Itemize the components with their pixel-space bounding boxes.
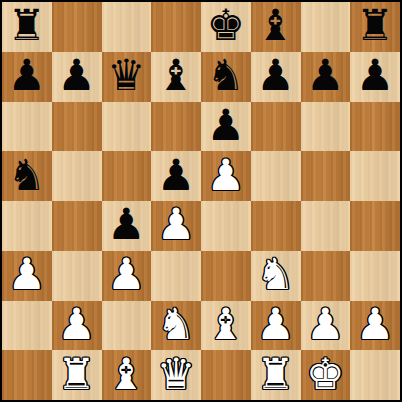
square-g3[interactable] [301,251,351,301]
square-e5[interactable]: ♟ [201,151,251,201]
square-c1[interactable]: ♝ [102,350,152,400]
piece-white-rook[interactable]: ♜ [256,353,295,396]
square-c7[interactable]: ♛ [102,52,152,102]
square-g1[interactable]: ♚ [301,350,351,400]
piece-black-pawn[interactable]: ♟ [207,104,246,147]
square-e1[interactable] [201,350,251,400]
square-b8[interactable] [52,2,102,52]
piece-black-pawn[interactable]: ♟ [107,203,146,246]
piece-black-knight[interactable]: ♞ [8,154,47,197]
square-b2[interactable]: ♟ [52,301,102,351]
square-b7[interactable]: ♟ [52,52,102,102]
piece-white-pawn[interactable]: ♟ [8,253,47,296]
chess-board-frame: ♜♚♝♜♟♟♛♝♞♟♟♟♟♞♟♟♟♟♟♟♞♟♞♝♟♟♟♜♝♛♜♚ [0,0,402,402]
square-c6[interactable] [102,102,152,152]
square-a2[interactable] [2,301,52,351]
square-h2[interactable]: ♟ [350,301,400,351]
chess-board: ♜♚♝♜♟♟♛♝♞♟♟♟♟♞♟♟♟♟♟♟♞♟♞♝♟♟♟♜♝♛♜♚ [2,2,400,400]
square-e6[interactable]: ♟ [201,102,251,152]
piece-white-pawn[interactable]: ♟ [107,253,146,296]
piece-black-bishop[interactable]: ♝ [157,54,196,97]
piece-white-bishop[interactable]: ♝ [107,353,146,396]
piece-black-knight[interactable]: ♞ [207,54,246,97]
square-a3[interactable]: ♟ [2,251,52,301]
square-h6[interactable] [350,102,400,152]
square-e8[interactable]: ♚ [201,2,251,52]
piece-white-rook[interactable]: ♜ [57,353,96,396]
square-a7[interactable]: ♟ [2,52,52,102]
square-f6[interactable] [251,102,301,152]
square-d6[interactable] [151,102,201,152]
square-a8[interactable]: ♜ [2,2,52,52]
square-e2[interactable]: ♝ [201,301,251,351]
piece-black-pawn[interactable]: ♟ [157,154,196,197]
piece-white-king[interactable]: ♚ [306,353,345,396]
square-d5[interactable]: ♟ [151,151,201,201]
piece-white-pawn[interactable]: ♟ [57,303,96,346]
square-h7[interactable]: ♟ [350,52,400,102]
piece-black-pawn[interactable]: ♟ [256,54,295,97]
square-d2[interactable]: ♞ [151,301,201,351]
piece-black-pawn[interactable]: ♟ [57,54,96,97]
piece-white-knight[interactable]: ♞ [157,303,196,346]
piece-white-pawn[interactable]: ♟ [157,203,196,246]
piece-white-pawn[interactable]: ♟ [256,303,295,346]
square-b3[interactable] [52,251,102,301]
piece-black-king[interactable]: ♚ [207,4,246,47]
square-e3[interactable] [201,251,251,301]
square-g8[interactable] [301,2,351,52]
square-a1[interactable] [2,350,52,400]
square-g6[interactable] [301,102,351,152]
square-h5[interactable] [350,151,400,201]
square-c4[interactable]: ♟ [102,201,152,251]
square-h4[interactable] [350,201,400,251]
square-c2[interactable] [102,301,152,351]
square-d4[interactable]: ♟ [151,201,201,251]
piece-white-bishop[interactable]: ♝ [207,303,246,346]
piece-black-pawn[interactable]: ♟ [356,54,395,97]
piece-black-rook[interactable]: ♜ [356,4,395,47]
square-c5[interactable] [102,151,152,201]
piece-black-pawn[interactable]: ♟ [306,54,345,97]
piece-white-knight[interactable]: ♞ [256,253,295,296]
square-f4[interactable] [251,201,301,251]
piece-white-pawn[interactable]: ♟ [356,303,395,346]
piece-white-pawn[interactable]: ♟ [207,154,246,197]
piece-black-pawn[interactable]: ♟ [8,54,47,97]
square-g4[interactable] [301,201,351,251]
square-c8[interactable] [102,2,152,52]
square-d3[interactable] [151,251,201,301]
square-e7[interactable]: ♞ [201,52,251,102]
piece-white-queen[interactable]: ♛ [157,353,196,396]
square-a6[interactable] [2,102,52,152]
piece-white-pawn[interactable]: ♟ [306,303,345,346]
square-g2[interactable]: ♟ [301,301,351,351]
square-b4[interactable] [52,201,102,251]
square-f8[interactable]: ♝ [251,2,301,52]
square-h1[interactable] [350,350,400,400]
square-f7[interactable]: ♟ [251,52,301,102]
square-h3[interactable] [350,251,400,301]
square-d8[interactable] [151,2,201,52]
square-b6[interactable] [52,102,102,152]
square-d7[interactable]: ♝ [151,52,201,102]
square-f3[interactable]: ♞ [251,251,301,301]
square-c3[interactable]: ♟ [102,251,152,301]
square-g5[interactable] [301,151,351,201]
square-b5[interactable] [52,151,102,201]
square-g7[interactable]: ♟ [301,52,351,102]
piece-black-rook[interactable]: ♜ [8,4,47,47]
square-b1[interactable]: ♜ [52,350,102,400]
piece-black-queen[interactable]: ♛ [107,54,146,97]
square-a4[interactable] [2,201,52,251]
square-f5[interactable] [251,151,301,201]
square-d1[interactable]: ♛ [151,350,201,400]
square-e4[interactable] [201,201,251,251]
square-h8[interactable]: ♜ [350,2,400,52]
square-a5[interactable]: ♞ [2,151,52,201]
square-f2[interactable]: ♟ [251,301,301,351]
square-f1[interactable]: ♜ [251,350,301,400]
piece-black-bishop[interactable]: ♝ [256,4,295,47]
